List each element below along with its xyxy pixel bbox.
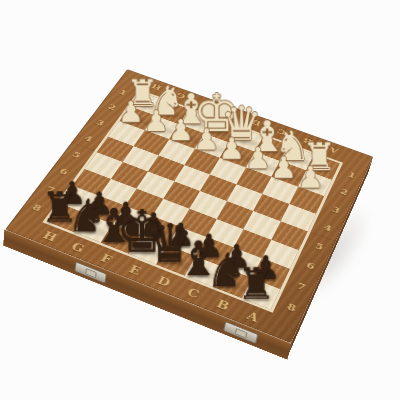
scene: HGFEDCBA HGFEDCBA 12345678 12345678 ♜♞♝♚… [0,0,400,400]
chess-board: HGFEDCBA HGFEDCBA 12345678 12345678 ♜♞♝♚… [5,69,373,343]
board-box: HGFEDCBA HGFEDCBA 12345678 12345678 ♜♞♝♚… [5,69,373,343]
piece-shadow [246,261,285,286]
